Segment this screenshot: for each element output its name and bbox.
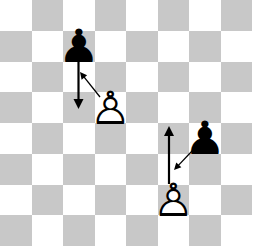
- square-b1[interactable]: [32, 215, 64, 246]
- white-pawn-f2[interactable]: ♟♙: [158, 185, 190, 216]
- square-c2[interactable]: [63, 185, 95, 216]
- square-a4[interactable]: [0, 123, 32, 154]
- square-d2[interactable]: [95, 185, 127, 216]
- square-e7[interactable]: [126, 31, 158, 62]
- square-c3[interactable]: [63, 154, 95, 185]
- white-pawn-outline-glyph: ♙: [158, 185, 190, 216]
- black-pawn-glyph: ♟: [63, 31, 95, 62]
- square-f6[interactable]: [158, 62, 190, 93]
- square-a6[interactable]: [0, 62, 32, 93]
- square-a7[interactable]: [0, 31, 32, 62]
- black-pawn-c7[interactable]: ♟: [63, 31, 95, 62]
- square-a5[interactable]: [0, 92, 32, 123]
- square-h2[interactable]: [221, 185, 253, 216]
- square-a2[interactable]: [0, 185, 32, 216]
- chess-board: ♟♟♙♟♟♙: [0, 0, 252, 246]
- square-d1[interactable]: [95, 215, 127, 246]
- square-f7[interactable]: [158, 31, 190, 62]
- square-b5[interactable]: [32, 92, 64, 123]
- square-h6[interactable]: [221, 62, 253, 93]
- square-e8[interactable]: [126, 0, 158, 31]
- white-pawn-d5[interactable]: ♟♙: [95, 92, 127, 123]
- black-pawn-glyph: ♟: [189, 123, 221, 154]
- square-g8[interactable]: [189, 0, 221, 31]
- white-pawn-outline-glyph: ♙: [95, 92, 127, 123]
- square-d3[interactable]: [95, 154, 127, 185]
- square-c1[interactable]: [63, 215, 95, 246]
- square-h1[interactable]: [221, 215, 253, 246]
- square-b4[interactable]: [32, 123, 64, 154]
- square-f8[interactable]: [158, 0, 190, 31]
- square-b3[interactable]: [32, 154, 64, 185]
- square-g7[interactable]: [189, 31, 221, 62]
- square-b2[interactable]: [32, 185, 64, 216]
- square-g6[interactable]: [189, 62, 221, 93]
- square-a3[interactable]: [0, 154, 32, 185]
- square-a1[interactable]: [0, 215, 32, 246]
- black-pawn-g4[interactable]: ♟: [189, 123, 221, 154]
- square-h8[interactable]: [221, 0, 253, 31]
- square-a8[interactable]: [0, 0, 32, 31]
- square-h7[interactable]: [221, 31, 253, 62]
